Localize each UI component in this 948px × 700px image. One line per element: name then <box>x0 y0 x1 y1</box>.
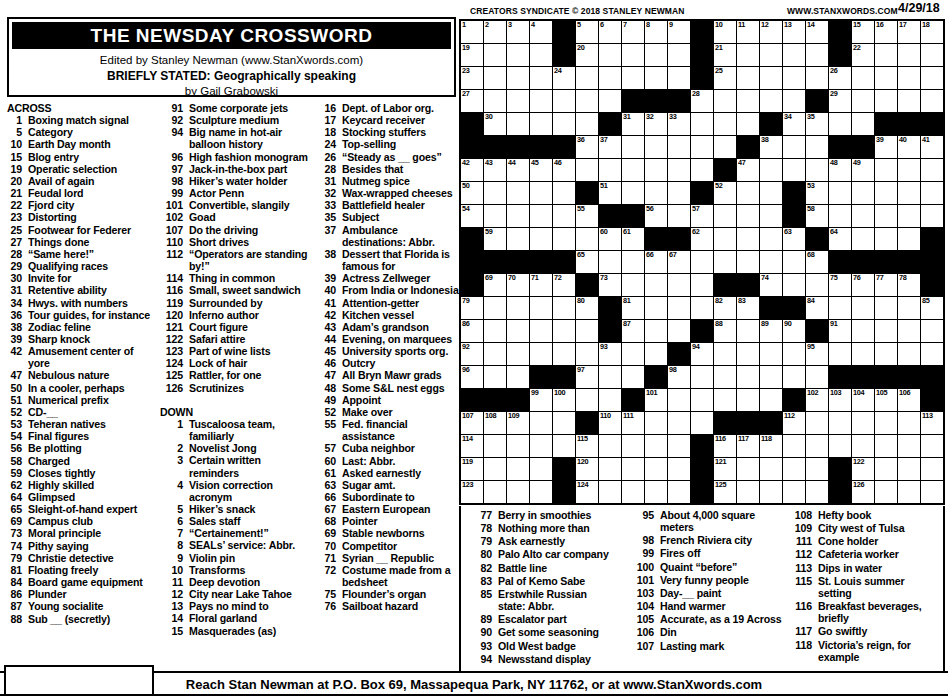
cell-r9c18[interactable] <box>852 205 874 227</box>
cell-r10c15[interactable]: 63 <box>783 228 805 250</box>
cell-r15c3[interactable] <box>507 343 529 365</box>
cell-r7c10[interactable] <box>668 159 690 181</box>
cell-r13c18[interactable] <box>852 297 874 319</box>
cell-r14c9[interactable] <box>645 320 667 342</box>
cell-r6c19[interactable]: 39 <box>875 136 897 158</box>
cell-r1c16[interactable]: 14 <box>806 21 828 43</box>
cell-r18c2[interactable]: 108 <box>484 412 506 434</box>
cell-r1c4[interactable]: 4 <box>530 21 552 43</box>
cell-r17c16[interactable]: 102 <box>806 389 828 411</box>
cell-r18c16[interactable] <box>806 412 828 434</box>
cell-r15c9[interactable] <box>645 343 667 365</box>
cell-r14c20[interactable] <box>898 320 920 342</box>
cell-r15c5[interactable] <box>553 343 575 365</box>
cell-r16c16[interactable] <box>806 366 828 388</box>
cell-r16c13[interactable] <box>737 366 759 388</box>
cell-r14c6[interactable] <box>576 320 598 342</box>
cell-r13c13[interactable]: 83 <box>737 297 759 319</box>
cell-r12c15[interactable] <box>783 274 805 296</box>
cell-r17c9[interactable]: 101 <box>645 389 667 411</box>
cell-r14c1[interactable]: 86 <box>461 320 483 342</box>
cell-r8c13[interactable] <box>737 182 759 204</box>
cell-r12c3[interactable]: 70 <box>507 274 529 296</box>
cell-r1c12[interactable]: 10 <box>714 21 736 43</box>
cell-r14c2[interactable] <box>484 320 506 342</box>
cell-r7c14[interactable] <box>760 159 782 181</box>
cell-r2c2[interactable] <box>484 44 506 66</box>
cell-r2c13[interactable] <box>737 44 759 66</box>
cell-r13c9[interactable] <box>645 297 667 319</box>
cell-r8c20[interactable] <box>898 182 920 204</box>
cell-r2c15[interactable] <box>783 44 805 66</box>
cell-r7c2[interactable]: 43 <box>484 159 506 181</box>
cell-r10c19[interactable] <box>875 228 897 250</box>
cell-r18c3[interactable]: 109 <box>507 412 529 434</box>
cell-r11c13[interactable] <box>737 251 759 273</box>
cell-r8c14[interactable] <box>760 182 782 204</box>
cell-r15c20[interactable] <box>898 343 920 365</box>
cell-r17c13[interactable] <box>737 389 759 411</box>
cell-r7c9[interactable] <box>645 159 667 181</box>
cell-r20c13[interactable] <box>737 458 759 480</box>
cell-r5c4[interactable] <box>530 113 552 135</box>
cell-r18c1[interactable]: 107 <box>461 412 483 434</box>
cell-r13c10[interactable] <box>668 297 690 319</box>
cell-r5c13[interactable] <box>737 113 759 135</box>
cell-r19c12[interactable]: 116 <box>714 435 736 457</box>
cell-r5c11[interactable] <box>691 113 713 135</box>
cell-r12c16[interactable] <box>806 274 828 296</box>
cell-r7c18[interactable]: 49 <box>852 159 874 181</box>
cell-r19c14[interactable]: 118 <box>760 435 782 457</box>
cell-r15c15[interactable] <box>783 343 805 365</box>
cell-r5c6[interactable] <box>576 113 598 135</box>
cell-r11c14[interactable] <box>760 251 782 273</box>
cell-r18c8[interactable]: 111 <box>622 412 644 434</box>
cell-r6c12[interactable] <box>714 136 736 158</box>
cell-r17c4[interactable]: 99 <box>530 389 552 411</box>
cell-r3c19[interactable] <box>875 67 897 89</box>
cell-r13c2[interactable] <box>484 297 506 319</box>
cell-r14c12[interactable]: 88 <box>714 320 736 342</box>
cell-r5c12[interactable] <box>714 113 736 135</box>
cell-r8c4[interactable] <box>530 182 552 204</box>
cell-r16c10[interactable]: 98 <box>668 366 690 388</box>
cell-r7c4[interactable]: 45 <box>530 159 552 181</box>
cell-r13c12[interactable]: 82 <box>714 297 736 319</box>
cell-r5c17[interactable] <box>829 113 851 135</box>
cell-r9c16[interactable]: 58 <box>806 205 828 227</box>
cell-r10c5[interactable] <box>553 228 575 250</box>
cell-r4c6[interactable] <box>576 90 598 112</box>
cell-r15c11[interactable]: 94 <box>691 343 713 365</box>
cell-r10c20[interactable] <box>898 228 920 250</box>
cell-r3c12[interactable]: 25 <box>714 67 736 89</box>
cell-r5c10[interactable]: 33 <box>668 113 690 135</box>
cell-r2c20[interactable] <box>898 44 920 66</box>
cell-r1c3[interactable]: 3 <box>507 21 529 43</box>
cell-r7c8[interactable] <box>622 159 644 181</box>
cell-r4c18[interactable] <box>852 90 874 112</box>
cell-r9c14[interactable] <box>760 205 782 227</box>
cell-r20c9[interactable] <box>645 458 667 480</box>
cell-r8c16[interactable]: 53 <box>806 182 828 204</box>
cell-r2c12[interactable]: 21 <box>714 44 736 66</box>
cell-r20c19[interactable] <box>875 458 897 480</box>
cell-r21c7[interactable] <box>599 481 621 503</box>
cell-r17c19[interactable]: 105 <box>875 389 897 411</box>
cell-r1c1[interactable]: 1 <box>461 21 483 43</box>
cell-r12c17[interactable]: 75 <box>829 274 851 296</box>
cell-r2c18[interactable]: 22 <box>852 44 874 66</box>
cell-r10c17[interactable]: 64 <box>829 228 851 250</box>
cell-r17c18[interactable]: 104 <box>852 389 874 411</box>
cell-r13c5[interactable] <box>553 297 575 319</box>
cell-r2c16[interactable] <box>806 44 828 66</box>
cell-r14c4[interactable] <box>530 320 552 342</box>
cell-r19c2[interactable] <box>484 435 506 457</box>
cell-r14c8[interactable]: 87 <box>622 320 644 342</box>
cell-r2c9[interactable] <box>645 44 667 66</box>
cell-r14c19[interactable] <box>875 320 897 342</box>
cell-r14c10[interactable] <box>668 320 690 342</box>
cell-r11c9[interactable]: 66 <box>645 251 667 273</box>
cell-r7c20[interactable] <box>898 159 920 181</box>
cell-r19c7[interactable] <box>599 435 621 457</box>
cell-r13c3[interactable] <box>507 297 529 319</box>
cell-r19c18[interactable] <box>852 435 874 457</box>
cell-r7c5[interactable]: 46 <box>553 159 575 181</box>
cell-r10c4[interactable] <box>530 228 552 250</box>
cell-r4c7[interactable] <box>599 90 621 112</box>
cell-r16c6[interactable]: 97 <box>576 366 598 388</box>
cell-r19c5[interactable] <box>553 435 575 457</box>
cell-r17c5[interactable]: 100 <box>553 389 575 411</box>
cell-r8c19[interactable] <box>875 182 897 204</box>
cell-r11c6[interactable]: 65 <box>576 251 598 273</box>
cell-r4c5[interactable] <box>553 90 575 112</box>
cell-r19c6[interactable]: 115 <box>576 435 598 457</box>
cell-r19c9[interactable] <box>645 435 667 457</box>
cell-r12c7[interactable]: 73 <box>599 274 621 296</box>
cell-r4c17[interactable]: 29 <box>829 90 851 112</box>
cell-r3c9[interactable] <box>645 67 667 89</box>
cell-r16c11[interactable] <box>691 366 713 388</box>
cell-r12c2[interactable]: 69 <box>484 274 506 296</box>
cell-r6c14[interactable]: 38 <box>760 136 782 158</box>
cell-r20c15[interactable] <box>783 458 805 480</box>
cell-r1c21[interactable]: 18 <box>921 21 943 43</box>
cell-r3c13[interactable] <box>737 67 759 89</box>
cell-r13c8[interactable]: 81 <box>622 297 644 319</box>
cell-r4c11[interactable]: 28 <box>691 90 713 112</box>
cell-r20c2[interactable] <box>484 458 506 480</box>
cell-r6c9[interactable] <box>645 136 667 158</box>
cell-r2c8[interactable] <box>622 44 644 66</box>
cell-r6c6[interactable]: 36 <box>576 136 598 158</box>
cell-r4c3[interactable] <box>507 90 529 112</box>
cell-r15c21[interactable] <box>921 343 943 365</box>
cell-r11c8[interactable] <box>622 251 644 273</box>
cell-r15c16[interactable]: 95 <box>806 343 828 365</box>
cell-r18c17[interactable] <box>829 412 851 434</box>
cell-r1c2[interactable]: 2 <box>484 21 506 43</box>
cell-r20c8[interactable] <box>622 458 644 480</box>
cell-r1c19[interactable]: 16 <box>875 21 897 43</box>
cell-r6c21[interactable]: 41 <box>921 136 943 158</box>
cell-r2c10[interactable] <box>668 44 690 66</box>
cell-r7c19[interactable] <box>875 159 897 181</box>
cell-r7c13[interactable]: 47 <box>737 159 759 181</box>
cell-r9c11[interactable]: 57 <box>691 205 713 227</box>
cell-r17c12[interactable] <box>714 389 736 411</box>
cell-r11c16[interactable]: 68 <box>806 251 828 273</box>
cell-r21c19[interactable] <box>875 481 897 503</box>
cell-r15c1[interactable]: 92 <box>461 343 483 365</box>
cell-r19c10[interactable] <box>668 435 690 457</box>
cell-r7c17[interactable]: 48 <box>829 159 851 181</box>
cell-r15c7[interactable]: 93 <box>599 343 621 365</box>
cell-r13c6[interactable]: 80 <box>576 297 598 319</box>
cell-r6c20[interactable]: 40 <box>898 136 920 158</box>
cell-r16c1[interactable]: 96 <box>461 366 483 388</box>
cell-r1c15[interactable]: 13 <box>783 21 805 43</box>
cell-r4c14[interactable] <box>760 90 782 112</box>
cell-r1c20[interactable]: 17 <box>898 21 920 43</box>
cell-r19c15[interactable] <box>783 435 805 457</box>
cell-r14c14[interactable]: 89 <box>760 320 782 342</box>
cell-r8c12[interactable]: 52 <box>714 182 736 204</box>
cell-r21c21[interactable] <box>921 481 943 503</box>
cell-r8c7[interactable]: 51 <box>599 182 621 204</box>
cell-r21c1[interactable]: 123 <box>461 481 483 503</box>
cell-r1c8[interactable]: 7 <box>622 21 644 43</box>
cell-r1c18[interactable]: 15 <box>852 21 874 43</box>
cell-r15c18[interactable] <box>852 343 874 365</box>
cell-r18c9[interactable] <box>645 412 667 434</box>
cell-r20c20[interactable] <box>898 458 920 480</box>
cell-r9c3[interactable] <box>507 205 529 227</box>
cell-r20c10[interactable] <box>668 458 690 480</box>
cell-r15c4[interactable] <box>530 343 552 365</box>
cell-r3c8[interactable] <box>622 67 644 89</box>
cell-r15c6[interactable] <box>576 343 598 365</box>
cell-r9c2[interactable] <box>484 205 506 227</box>
cell-r9c10[interactable] <box>668 205 690 227</box>
cell-r6c11[interactable] <box>691 136 713 158</box>
cell-r1c7[interactable]: 6 <box>599 21 621 43</box>
cell-r15c19[interactable] <box>875 343 897 365</box>
cell-r13c11[interactable] <box>691 297 713 319</box>
cell-r9c9[interactable]: 56 <box>645 205 667 227</box>
cell-r16c14[interactable] <box>760 366 782 388</box>
cell-r4c20[interactable] <box>898 90 920 112</box>
cell-r13c19[interactable] <box>875 297 897 319</box>
cell-r16c3[interactable] <box>507 366 529 388</box>
cell-r17c11[interactable] <box>691 389 713 411</box>
cell-r16c15[interactable] <box>783 366 805 388</box>
cell-r17c7[interactable] <box>599 389 621 411</box>
cell-r2c1[interactable]: 19 <box>461 44 483 66</box>
cell-r6c7[interactable]: 37 <box>599 136 621 158</box>
cell-r20c6[interactable]: 120 <box>576 458 598 480</box>
cell-r19c21[interactable] <box>921 435 943 457</box>
cell-r7c15[interactable] <box>783 159 805 181</box>
cell-r1c9[interactable]: 8 <box>645 21 667 43</box>
cell-r13c4[interactable] <box>530 297 552 319</box>
cell-r17c17[interactable]: 103 <box>829 389 851 411</box>
cell-r12c8[interactable] <box>622 274 644 296</box>
cell-r4c21[interactable] <box>921 90 943 112</box>
cell-r9c5[interactable] <box>553 205 575 227</box>
cell-r12c14[interactable]: 74 <box>760 274 782 296</box>
cell-r20c16[interactable] <box>806 458 828 480</box>
cell-r12c11[interactable] <box>691 274 713 296</box>
cell-r7c11[interactable] <box>691 159 713 181</box>
cell-r21c2[interactable] <box>484 481 506 503</box>
cell-r3c1[interactable]: 23 <box>461 67 483 89</box>
cell-r17c14[interactable] <box>760 389 782 411</box>
cell-r16c12[interactable] <box>714 366 736 388</box>
cell-r8c2[interactable] <box>484 182 506 204</box>
cell-r17c20[interactable]: 106 <box>898 389 920 411</box>
cell-r12c19[interactable]: 77 <box>875 274 897 296</box>
cell-r3c5[interactable]: 24 <box>553 67 575 89</box>
cell-r3c3[interactable] <box>507 67 529 89</box>
cell-r8c10[interactable] <box>668 182 690 204</box>
cell-r3c15[interactable] <box>783 67 805 89</box>
cell-r7c6[interactable] <box>576 159 598 181</box>
cell-r19c3[interactable] <box>507 435 529 457</box>
cell-r3c20[interactable] <box>898 67 920 89</box>
cell-r21c6[interactable]: 124 <box>576 481 598 503</box>
cell-r3c14[interactable] <box>760 67 782 89</box>
cell-r11c11[interactable] <box>691 251 713 273</box>
cell-r13c20[interactable] <box>898 297 920 319</box>
cell-r12c20[interactable]: 78 <box>898 274 920 296</box>
cell-r2c6[interactable]: 20 <box>576 44 598 66</box>
cell-r11c10[interactable]: 67 <box>668 251 690 273</box>
cell-r17c10[interactable] <box>668 389 690 411</box>
cell-r15c2[interactable] <box>484 343 506 365</box>
cell-r15c12[interactable] <box>714 343 736 365</box>
cell-r18c5[interactable] <box>553 412 575 434</box>
cell-r21c16[interactable] <box>806 481 828 503</box>
cell-r21c8[interactable] <box>622 481 644 503</box>
cell-r5c2[interactable]: 30 <box>484 113 506 135</box>
cell-r8c8[interactable] <box>622 182 644 204</box>
cell-r3c7[interactable] <box>599 67 621 89</box>
cell-r19c13[interactable]: 117 <box>737 435 759 457</box>
cell-r11c15[interactable] <box>783 251 805 273</box>
cell-r12c18[interactable]: 76 <box>852 274 874 296</box>
cell-r8c17[interactable] <box>829 182 851 204</box>
cell-r7c21[interactable] <box>921 159 943 181</box>
cell-r3c18[interactable] <box>852 67 874 89</box>
cell-r20c18[interactable]: 122 <box>852 458 874 480</box>
cell-r8c5[interactable] <box>553 182 575 204</box>
cell-r21c3[interactable] <box>507 481 529 503</box>
cell-r8c1[interactable]: 50 <box>461 182 483 204</box>
cell-r5c8[interactable]: 31 <box>622 113 644 135</box>
cell-r3c6[interactable] <box>576 67 598 89</box>
cell-r20c3[interactable] <box>507 458 529 480</box>
cell-r12c4[interactable]: 71 <box>530 274 552 296</box>
cell-r9c13[interactable] <box>737 205 759 227</box>
cell-r2c3[interactable] <box>507 44 529 66</box>
cell-r3c21[interactable] <box>921 67 943 89</box>
cell-r12c5[interactable]: 72 <box>553 274 575 296</box>
cell-r3c17[interactable]: 26 <box>829 67 851 89</box>
cell-r2c19[interactable] <box>875 44 897 66</box>
cell-r18c7[interactable]: 110 <box>599 412 621 434</box>
cell-r18c4[interactable] <box>530 412 552 434</box>
cell-r9c19[interactable] <box>875 205 897 227</box>
cell-r14c15[interactable]: 90 <box>783 320 805 342</box>
cell-r19c1[interactable]: 114 <box>461 435 483 457</box>
cell-r21c20[interactable] <box>898 481 920 503</box>
cell-r18c19[interactable] <box>875 412 897 434</box>
cell-r14c17[interactable]: 91 <box>829 320 851 342</box>
cell-r14c18[interactable] <box>852 320 874 342</box>
cell-r13c16[interactable]: 84 <box>806 297 828 319</box>
cell-r10c6[interactable] <box>576 228 598 250</box>
cell-r12c9[interactable] <box>645 274 667 296</box>
cell-r18c20[interactable] <box>898 412 920 434</box>
cell-r10c12[interactable] <box>714 228 736 250</box>
cell-r21c13[interactable] <box>737 481 759 503</box>
cell-r20c14[interactable] <box>760 458 782 480</box>
cell-r21c14[interactable] <box>760 481 782 503</box>
cell-r15c14[interactable] <box>760 343 782 365</box>
cell-r4c4[interactable] <box>530 90 552 112</box>
cell-r13c1[interactable]: 79 <box>461 297 483 319</box>
cell-r7c16[interactable] <box>806 159 828 181</box>
cell-r19c16[interactable] <box>806 435 828 457</box>
cell-r9c20[interactable] <box>898 205 920 227</box>
cell-r6c8[interactable] <box>622 136 644 158</box>
cell-r20c1[interactable]: 119 <box>461 458 483 480</box>
cell-r9c17[interactable] <box>829 205 851 227</box>
cell-r20c21[interactable] <box>921 458 943 480</box>
cell-r5c3[interactable] <box>507 113 529 135</box>
cell-r7c3[interactable]: 44 <box>507 159 529 181</box>
cell-r18c18[interactable] <box>852 412 874 434</box>
cell-r2c14[interactable] <box>760 44 782 66</box>
cell-r9c12[interactable] <box>714 205 736 227</box>
cell-r9c4[interactable] <box>530 205 552 227</box>
cell-r10c14[interactable] <box>760 228 782 250</box>
cell-r14c5[interactable] <box>553 320 575 342</box>
cell-r11c12[interactable] <box>714 251 736 273</box>
cell-r11c7[interactable] <box>599 251 621 273</box>
cell-r5c18[interactable] <box>852 113 874 135</box>
cell-r9c1[interactable]: 54 <box>461 205 483 227</box>
cell-r21c10[interactable] <box>668 481 690 503</box>
cell-r10c18[interactable] <box>852 228 874 250</box>
cell-r20c12[interactable]: 121 <box>714 458 736 480</box>
cell-r10c8[interactable]: 61 <box>622 228 644 250</box>
cell-r10c13[interactable] <box>737 228 759 250</box>
cell-r3c4[interactable] <box>530 67 552 89</box>
cell-r9c21[interactable] <box>921 205 943 227</box>
cell-r20c7[interactable] <box>599 458 621 480</box>
cell-r21c4[interactable] <box>530 481 552 503</box>
cell-r7c7[interactable] <box>599 159 621 181</box>
cell-r5c5[interactable] <box>553 113 575 135</box>
cell-r1c6[interactable]: 5 <box>576 21 598 43</box>
cell-r14c3[interactable] <box>507 320 529 342</box>
